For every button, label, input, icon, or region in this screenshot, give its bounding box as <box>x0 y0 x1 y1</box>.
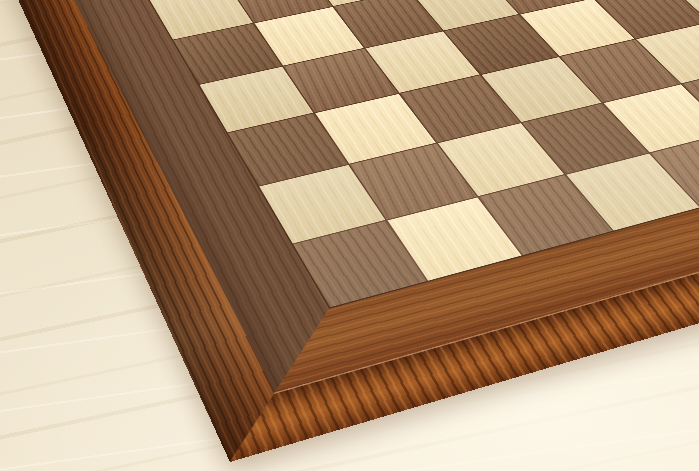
chessboard <box>0 0 699 462</box>
board-scene <box>0 0 699 471</box>
table-surface <box>0 0 699 471</box>
